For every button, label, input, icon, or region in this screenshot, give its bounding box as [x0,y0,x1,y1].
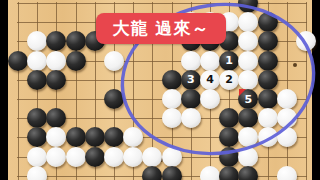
stone-black [104,127,124,147]
left-letterbox-bar [0,0,8,180]
stone-white-move-4: 4 [200,70,220,90]
stone-black [85,127,105,147]
move-number-label: 3 [187,74,195,85]
stone-black [219,108,239,128]
stone-white [277,127,297,147]
stone-white [238,70,258,90]
stone-white [162,89,182,109]
stone-black [258,89,278,109]
stone-black [27,127,47,147]
stone-white [181,51,201,71]
stone-white [200,51,220,71]
stone-black [238,166,258,180]
stone-white [46,127,66,147]
move-number-label: 2 [225,74,233,85]
stone-black [46,70,66,90]
stone-black [66,31,86,51]
stone-white-move-2: 2 [219,70,239,90]
stone-black [219,147,239,167]
star-point [293,63,297,67]
stone-white [104,147,124,167]
stone-black [258,70,278,90]
stone-white [162,147,182,167]
stone-white [238,31,258,51]
stone-white [142,147,162,167]
right-letterbox-bar [312,0,320,180]
move-number-label: 1 [225,55,233,66]
stone-white [46,147,66,167]
stone-black [258,12,278,32]
stone-black [219,127,239,147]
stone-white [123,147,143,167]
stone-white [258,127,278,147]
stone-white [277,89,297,109]
stone-white [104,51,124,71]
stone-white [277,166,297,180]
stone-black [66,51,86,71]
stone-black [66,127,86,147]
stone-black [162,70,182,90]
stone-black [8,51,28,71]
stone-white [277,108,297,128]
stone-white [238,147,258,167]
stone-black [27,70,47,90]
stone-white [181,108,201,128]
stone-white [200,89,220,109]
stone-white [296,31,316,51]
stone-white [27,31,47,51]
latest-move-marker [239,89,246,96]
stone-white [162,108,182,128]
stone-black [85,147,105,167]
caption-text: 大龍 過來～ [113,17,210,40]
stone-white [66,147,86,167]
video-frame: 13425 大龍 過來～ [0,0,320,180]
stone-white [238,51,258,71]
stone-white [238,127,258,147]
stone-white [27,147,47,167]
stone-black [27,108,47,128]
stone-white [238,12,258,32]
stone-white [200,166,220,180]
grid-vline [18,2,19,180]
stone-black [46,108,66,128]
stone-black [104,89,124,109]
caption-banner: 大龍 過來～ [96,13,226,44]
stone-white [27,51,47,71]
stone-black [162,166,182,180]
stone-white [46,51,66,71]
stone-black [238,108,258,128]
stone-black-move-3: 3 [181,70,201,90]
stone-black [219,166,239,180]
stone-black [46,31,66,51]
stone-black [258,31,278,51]
move-number-label: 4 [206,74,214,85]
stone-black-move-1: 1 [219,51,239,71]
grid-vline [306,2,307,180]
stone-white [258,108,278,128]
stone-black-move-5: 5 [238,89,258,109]
grid-hline [17,3,307,4]
stone-black [258,51,278,71]
stone-black [238,0,258,13]
stone-black [142,166,162,180]
stone-white [27,166,47,180]
stone-black [181,89,201,109]
stone-white [123,127,143,147]
